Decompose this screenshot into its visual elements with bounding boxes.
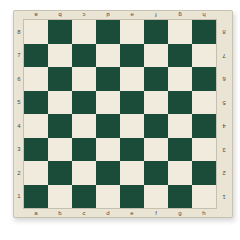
chess-board-mat: abcdefgh abcdefgh 87654321 87654321 xyxy=(13,10,233,218)
file-label-bottom-f: f xyxy=(144,208,168,217)
file-label-bottom-g: g xyxy=(168,208,192,217)
rank-label-right-4: 4 xyxy=(216,114,232,138)
file-label-bottom-d: d xyxy=(96,208,120,217)
file-label-top-b: b xyxy=(48,11,72,20)
square-a6[interactable] xyxy=(24,67,48,91)
rank-label-left-5: 5 xyxy=(14,91,24,115)
square-h6[interactable] xyxy=(192,67,216,91)
square-c1[interactable] xyxy=(72,185,96,209)
file-label-top-a: a xyxy=(24,11,48,20)
square-c2[interactable] xyxy=(72,161,96,185)
square-f8[interactable] xyxy=(144,20,168,44)
square-h2[interactable] xyxy=(192,161,216,185)
file-label-top-f: f xyxy=(144,11,168,20)
square-d8[interactable] xyxy=(96,20,120,44)
square-d5[interactable] xyxy=(96,91,120,115)
square-c7[interactable] xyxy=(72,44,96,68)
square-g2[interactable] xyxy=(168,161,192,185)
square-e4[interactable] xyxy=(120,114,144,138)
rank-label-right-2: 2 xyxy=(216,161,232,185)
square-e5[interactable] xyxy=(120,91,144,115)
rank-label-right-8: 8 xyxy=(216,20,232,44)
square-g7[interactable] xyxy=(168,44,192,68)
square-g6[interactable] xyxy=(168,67,192,91)
square-d1[interactable] xyxy=(96,185,120,209)
square-b5[interactable] xyxy=(48,91,72,115)
rank-label-left-1: 1 xyxy=(14,185,24,209)
file-label-top-g: g xyxy=(168,11,192,20)
file-label-bottom-b: b xyxy=(48,208,72,217)
square-a2[interactable] xyxy=(24,161,48,185)
square-f7[interactable] xyxy=(144,44,168,68)
square-b3[interactable] xyxy=(48,138,72,162)
square-d3[interactable] xyxy=(96,138,120,162)
square-a4[interactable] xyxy=(24,114,48,138)
square-e2[interactable] xyxy=(120,161,144,185)
square-d4[interactable] xyxy=(96,114,120,138)
bottom-file-labels: abcdefgh xyxy=(24,208,216,217)
rank-label-left-2: 2 xyxy=(14,161,24,185)
rank-label-right-3: 3 xyxy=(216,138,232,162)
square-b7[interactable] xyxy=(48,44,72,68)
square-a1[interactable] xyxy=(24,185,48,209)
square-h4[interactable] xyxy=(192,114,216,138)
product-photo: abcdefgh abcdefgh 87654321 87654321 xyxy=(0,0,240,240)
rank-label-right-1: 1 xyxy=(216,185,232,209)
square-f1[interactable] xyxy=(144,185,168,209)
square-e8[interactable] xyxy=(120,20,144,44)
square-d6[interactable] xyxy=(96,67,120,91)
file-label-bottom-e: e xyxy=(120,208,144,217)
file-label-bottom-a: a xyxy=(24,208,48,217)
square-e6[interactable] xyxy=(120,67,144,91)
square-h5[interactable] xyxy=(192,91,216,115)
square-g4[interactable] xyxy=(168,114,192,138)
square-g8[interactable] xyxy=(168,20,192,44)
file-label-top-d: d xyxy=(96,11,120,20)
square-b4[interactable] xyxy=(48,114,72,138)
rank-label-right-5: 5 xyxy=(216,91,232,115)
square-e7[interactable] xyxy=(120,44,144,68)
rank-label-left-6: 6 xyxy=(14,67,24,91)
chess-board xyxy=(24,20,216,208)
square-f3[interactable] xyxy=(144,138,168,162)
rank-label-left-8: 8 xyxy=(14,20,24,44)
square-h1[interactable] xyxy=(192,185,216,209)
square-g3[interactable] xyxy=(168,138,192,162)
square-f6[interactable] xyxy=(144,67,168,91)
square-b2[interactable] xyxy=(48,161,72,185)
square-c4[interactable] xyxy=(72,114,96,138)
file-label-top-c: c xyxy=(72,11,96,20)
square-c3[interactable] xyxy=(72,138,96,162)
square-f5[interactable] xyxy=(144,91,168,115)
square-h7[interactable] xyxy=(192,44,216,68)
file-label-bottom-c: c xyxy=(72,208,96,217)
square-e1[interactable] xyxy=(120,185,144,209)
left-rank-labels: 87654321 xyxy=(14,20,24,208)
square-c5[interactable] xyxy=(72,91,96,115)
top-file-labels: abcdefgh xyxy=(24,11,216,20)
square-a7[interactable] xyxy=(24,44,48,68)
rank-label-left-3: 3 xyxy=(14,138,24,162)
file-label-top-e: e xyxy=(120,11,144,20)
square-h8[interactable] xyxy=(192,20,216,44)
square-d7[interactable] xyxy=(96,44,120,68)
right-rank-labels: 87654321 xyxy=(216,20,232,208)
square-a8[interactable] xyxy=(24,20,48,44)
square-c6[interactable] xyxy=(72,67,96,91)
square-b8[interactable] xyxy=(48,20,72,44)
square-b1[interactable] xyxy=(48,185,72,209)
square-g1[interactable] xyxy=(168,185,192,209)
square-e3[interactable] xyxy=(120,138,144,162)
rank-label-right-7: 7 xyxy=(216,44,232,68)
square-f4[interactable] xyxy=(144,114,168,138)
square-g5[interactable] xyxy=(168,91,192,115)
square-c8[interactable] xyxy=(72,20,96,44)
file-label-top-h: h xyxy=(192,11,216,20)
square-b6[interactable] xyxy=(48,67,72,91)
square-f2[interactable] xyxy=(144,161,168,185)
rank-label-left-4: 4 xyxy=(14,114,24,138)
file-label-bottom-h: h xyxy=(192,208,216,217)
square-a3[interactable] xyxy=(24,138,48,162)
square-h3[interactable] xyxy=(192,138,216,162)
square-a5[interactable] xyxy=(24,91,48,115)
rank-label-left-7: 7 xyxy=(14,44,24,68)
rank-label-right-6: 6 xyxy=(216,67,232,91)
square-d2[interactable] xyxy=(96,161,120,185)
